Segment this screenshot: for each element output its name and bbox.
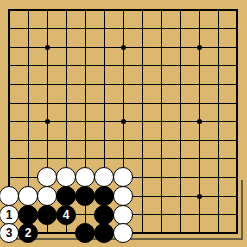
stone-black-F3 <box>94 186 114 206</box>
grid-line-v-7 <box>142 10 143 233</box>
move-number-3: 3 <box>6 227 13 239</box>
grid-line-h-7 <box>9 140 237 141</box>
hoshi-10-6 <box>197 119 202 124</box>
go-board[interactable]: 1432 <box>0 0 247 247</box>
grid-line-v-9 <box>180 10 181 233</box>
board-shadow-right <box>241 180 243 240</box>
stone-white-G2 <box>113 205 133 225</box>
stone-white-A1: 3 <box>0 223 19 243</box>
hoshi-6-6 <box>121 119 126 124</box>
grid-line-h-8 <box>9 158 237 159</box>
stone-white-G3 <box>113 186 133 206</box>
stone-white-G1 <box>113 223 133 243</box>
stone-black-F2 <box>94 205 114 225</box>
stone-black-B2 <box>18 205 38 225</box>
stone-white-A3 <box>0 186 19 206</box>
hoshi-2-6 <box>45 119 50 124</box>
stone-black-F1 <box>94 223 114 243</box>
move-number-2: 2 <box>25 227 32 239</box>
grid-line-v-11 <box>218 10 219 233</box>
stone-white-B3 <box>18 186 38 206</box>
stone-black-D3 <box>56 186 76 206</box>
stone-black-C2 <box>37 205 57 225</box>
stone-black-B1: 2 <box>18 223 38 243</box>
stone-black-E1 <box>75 223 95 243</box>
hoshi-10-2 <box>197 45 202 50</box>
stone-black-E3 <box>75 186 95 206</box>
stone-black-D2: 4 <box>56 205 76 225</box>
hoshi-10-10 <box>197 194 202 199</box>
stone-white-A2: 1 <box>0 205 19 225</box>
go-diagram: 1432 <box>0 0 247 247</box>
stone-white-C3 <box>37 186 57 206</box>
move-number-4: 4 <box>63 209 70 221</box>
hoshi-6-2 <box>121 45 126 50</box>
grid-line-v-8 <box>161 10 162 233</box>
hoshi-2-2 <box>45 45 50 50</box>
move-number-1: 1 <box>6 209 13 221</box>
